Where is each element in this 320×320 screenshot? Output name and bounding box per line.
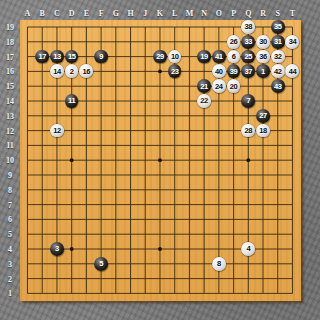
move-number: 26 — [230, 37, 238, 46]
move-number: 13 — [53, 52, 61, 61]
column-label-K: K — [157, 8, 163, 17]
column-label-F: F — [99, 8, 104, 17]
stone-white-O15[interactable]: 24 — [212, 79, 226, 93]
move-number: 35 — [274, 22, 282, 31]
row-label-7: 7 — [8, 200, 12, 209]
row-label-3: 3 — [8, 259, 12, 268]
row-label-1: 1 — [8, 289, 12, 298]
stone-black-S15[interactable]: 43 — [271, 79, 285, 93]
column-label-C: C — [54, 8, 60, 17]
stone-white-R18[interactable]: 30 — [256, 35, 270, 49]
column-label-A: A — [25, 8, 31, 17]
stone-black-F3[interactable]: 5 — [94, 257, 108, 271]
column-label-R: R — [260, 8, 266, 17]
move-number: 32 — [274, 52, 282, 61]
move-number: 42 — [274, 67, 282, 76]
move-number: 41 — [215, 52, 223, 61]
move-number: 1 — [261, 67, 265, 76]
move-number: 18 — [259, 126, 267, 135]
column-label-T: T — [290, 8, 295, 17]
stone-white-S16[interactable]: 42 — [271, 64, 285, 78]
row-label-18: 18 — [6, 37, 14, 46]
stone-white-P18[interactable]: 26 — [227, 35, 241, 49]
stone-black-Q18[interactable]: 33 — [241, 35, 255, 49]
stone-black-N17[interactable]: 19 — [197, 50, 211, 64]
stone-white-C16[interactable]: 14 — [50, 64, 64, 78]
stone-black-S18[interactable]: 31 — [271, 35, 285, 49]
row-label-14: 14 — [6, 97, 14, 106]
move-number: 8 — [217, 259, 221, 268]
stone-black-R16[interactable]: 1 — [256, 64, 270, 78]
move-number: 34 — [289, 37, 297, 46]
stone-white-D16[interactable]: 2 — [65, 64, 79, 78]
row-label-9: 9 — [8, 171, 12, 180]
column-label-N: N — [201, 8, 207, 17]
star-point-D10 — [70, 158, 74, 162]
move-number: 33 — [245, 37, 253, 46]
stone-black-C17[interactable]: 13 — [50, 50, 64, 64]
stone-white-Q12[interactable]: 28 — [241, 124, 255, 138]
row-label-4: 4 — [8, 245, 12, 254]
move-number: 20 — [230, 82, 238, 91]
stone-white-T18[interactable]: 34 — [286, 35, 300, 49]
stone-white-E16[interactable]: 16 — [79, 64, 93, 78]
row-label-5: 5 — [8, 230, 12, 239]
column-label-G: G — [113, 8, 119, 17]
stone-white-P15[interactable]: 20 — [227, 79, 241, 93]
stone-white-C12[interactable]: 12 — [50, 124, 64, 138]
move-number: 7 — [246, 96, 250, 105]
stone-white-P17[interactable]: 6 — [227, 50, 241, 64]
stone-black-P16[interactable]: 39 — [227, 64, 241, 78]
move-number: 16 — [83, 67, 91, 76]
star-point-K16 — [158, 70, 162, 74]
move-number: 4 — [246, 244, 250, 253]
row-label-16: 16 — [6, 67, 14, 76]
stone-black-F17[interactable]: 9 — [94, 50, 108, 64]
stone-black-C4[interactable]: 3 — [50, 242, 64, 256]
move-number: 23 — [171, 67, 179, 76]
stone-black-Q14[interactable]: 7 — [241, 94, 255, 108]
stone-black-O17[interactable]: 41 — [212, 50, 226, 64]
stone-black-Q16[interactable]: 37 — [241, 64, 255, 78]
row-label-11: 11 — [6, 141, 14, 150]
row-label-13: 13 — [6, 111, 14, 120]
row-label-2: 2 — [8, 274, 12, 283]
move-number: 10 — [171, 52, 179, 61]
move-number: 21 — [200, 82, 208, 91]
row-label-19: 19 — [6, 23, 14, 32]
star-point-D4 — [70, 247, 74, 251]
move-number: 15 — [68, 52, 76, 61]
stone-black-S19[interactable]: 35 — [271, 20, 285, 34]
column-label-L: L — [172, 8, 177, 17]
stone-white-N14[interactable]: 22 — [197, 94, 211, 108]
star-point-Q10 — [246, 158, 250, 162]
row-label-12: 12 — [6, 126, 14, 135]
move-number: 9 — [99, 52, 103, 61]
move-number: 11 — [68, 96, 75, 105]
stone-black-Q17[interactable]: 25 — [241, 50, 255, 64]
star-point-K4 — [158, 247, 162, 251]
column-label-D: D — [69, 8, 75, 17]
go-kifu-diagram: ABCDEFGHJKLMNOPQRST 19181716151413121110… — [0, 0, 320, 320]
move-number: 36 — [259, 52, 267, 61]
stone-white-R12[interactable]: 18 — [256, 124, 270, 138]
move-number: 43 — [274, 82, 282, 91]
move-number: 28 — [245, 126, 253, 135]
column-label-B: B — [40, 8, 45, 17]
stone-white-R17[interactable]: 36 — [256, 50, 270, 64]
column-label-J: J — [143, 8, 147, 17]
move-number: 27 — [259, 111, 267, 120]
stone-black-B17[interactable]: 17 — [35, 50, 49, 64]
move-number: 37 — [245, 67, 253, 76]
stone-white-Q4[interactable]: 4 — [241, 242, 255, 256]
stone-black-L16[interactable]: 23 — [168, 64, 182, 78]
row-label-10: 10 — [6, 156, 14, 165]
row-label-15: 15 — [6, 82, 14, 91]
stone-black-K17[interactable]: 29 — [153, 50, 167, 64]
column-label-Q: Q — [245, 8, 251, 17]
move-number: 24 — [215, 82, 223, 91]
column-label-P: P — [231, 8, 236, 17]
stone-white-O3[interactable]: 8 — [212, 257, 226, 271]
move-number: 39 — [230, 67, 238, 76]
move-number: 44 — [289, 67, 297, 76]
move-number: 29 — [156, 52, 164, 61]
stone-white-T16[interactable]: 44 — [286, 64, 300, 78]
go-board[interactable]: 1234567891011121314151617181920212223242… — [20, 20, 301, 301]
column-label-M: M — [186, 8, 194, 17]
move-number: 25 — [245, 52, 253, 61]
stone-black-D14[interactable]: 11 — [65, 94, 79, 108]
move-number: 30 — [259, 37, 267, 46]
stone-white-O16[interactable]: 40 — [212, 64, 226, 78]
move-number: 5 — [99, 259, 103, 268]
move-number: 12 — [53, 126, 61, 135]
star-point-K10 — [158, 158, 162, 162]
move-number: 22 — [200, 96, 208, 105]
column-label-S: S — [276, 8, 280, 17]
column-label-O: O — [216, 8, 222, 17]
move-number: 6 — [232, 52, 236, 61]
row-label-6: 6 — [8, 215, 12, 224]
stone-black-D17[interactable]: 15 — [65, 50, 79, 64]
move-number: 19 — [200, 52, 208, 61]
stone-white-L17[interactable]: 10 — [168, 50, 182, 64]
move-number: 2 — [70, 67, 74, 76]
stone-black-N15[interactable]: 21 — [197, 79, 211, 93]
move-number: 40 — [215, 67, 223, 76]
move-number: 14 — [53, 67, 61, 76]
stone-white-S17[interactable]: 32 — [271, 50, 285, 64]
row-label-17: 17 — [6, 52, 14, 61]
stone-black-R13[interactable]: 27 — [256, 109, 270, 123]
column-label-E: E — [84, 8, 89, 17]
row-label-8: 8 — [8, 185, 12, 194]
move-number: 31 — [274, 37, 282, 46]
move-number: 17 — [38, 52, 46, 61]
move-number: 38 — [245, 22, 253, 31]
column-label-H: H — [127, 8, 133, 17]
stone-white-Q19[interactable]: 38 — [241, 20, 255, 34]
move-number: 3 — [55, 244, 59, 253]
